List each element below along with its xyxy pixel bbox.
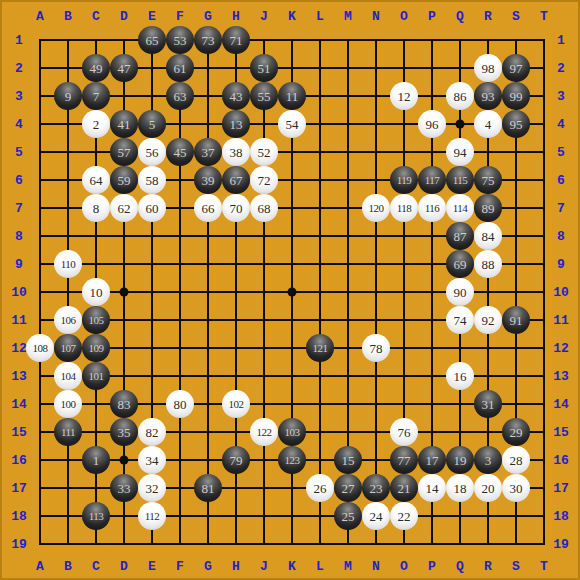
column-label-bottom: T [540, 559, 548, 574]
row-label-left: 15 [11, 425, 27, 440]
grid-vline [375, 39, 377, 545]
black-stone-J2: 51 [250, 54, 278, 82]
white-stone-R8: 84 [474, 222, 502, 250]
row-label-left: 6 [15, 173, 23, 188]
white-stone-B13: 104 [54, 362, 82, 390]
white-stone-P4: 96 [418, 110, 446, 138]
white-stone-C4: 2 [82, 110, 110, 138]
black-stone-G17: 81 [194, 474, 222, 502]
row-label-right: 2 [557, 61, 565, 76]
black-stone-H16: 79 [222, 446, 250, 474]
black-stone-D15: 35 [110, 418, 138, 446]
column-label-top: M [344, 9, 352, 24]
star-point-D16 [120, 456, 129, 465]
white-stone-E5: 56 [138, 138, 166, 166]
column-label-top: N [372, 9, 380, 24]
grid-hline [39, 347, 545, 349]
black-stone-F5: 45 [166, 138, 194, 166]
row-label-right: 15 [553, 425, 569, 440]
row-label-left: 13 [11, 369, 27, 384]
white-stone-Q10: 90 [446, 278, 474, 306]
black-stone-Q9: 69 [446, 250, 474, 278]
white-stone-L17: 26 [306, 474, 334, 502]
column-label-bottom: A [36, 559, 44, 574]
black-stone-K16: 123 [278, 446, 306, 474]
row-label-right: 7 [557, 201, 565, 216]
white-stone-D7: 62 [110, 194, 138, 222]
column-label-top: S [512, 9, 520, 24]
star-point-Q4 [456, 120, 465, 129]
black-stone-R3: 93 [474, 82, 502, 110]
row-label-right: 6 [557, 173, 565, 188]
black-stone-S4: 95 [502, 110, 530, 138]
star-point-K10 [288, 288, 297, 297]
black-stone-O16: 77 [390, 446, 418, 474]
row-label-right: 3 [557, 89, 565, 104]
white-stone-P7: 116 [418, 194, 446, 222]
row-label-right: 16 [553, 453, 569, 468]
white-stone-E6: 58 [138, 166, 166, 194]
black-stone-N17: 23 [362, 474, 390, 502]
grid-vline [319, 39, 321, 545]
row-label-right: 18 [553, 509, 569, 524]
row-label-left: 9 [15, 257, 23, 272]
black-stone-R6: 75 [474, 166, 502, 194]
black-stone-P16: 17 [418, 446, 446, 474]
white-stone-R11: 92 [474, 306, 502, 334]
white-stone-E18: 112 [138, 502, 166, 530]
black-stone-C16: 1 [82, 446, 110, 474]
white-stone-E16: 34 [138, 446, 166, 474]
column-label-bottom: B [64, 559, 72, 574]
white-stone-Q17: 18 [446, 474, 474, 502]
column-label-bottom: D [120, 559, 128, 574]
white-stone-Q13: 16 [446, 362, 474, 390]
row-label-right: 4 [557, 117, 565, 132]
white-stone-H14: 102 [222, 390, 250, 418]
white-stone-O7: 118 [390, 194, 418, 222]
column-label-top: R [484, 9, 492, 24]
column-label-bottom: Q [456, 559, 464, 574]
black-stone-D17: 33 [110, 474, 138, 502]
black-stone-K15: 103 [278, 418, 306, 446]
white-stone-N7: 120 [362, 194, 390, 222]
white-stone-N12: 78 [362, 334, 390, 362]
white-stone-Q11: 74 [446, 306, 474, 334]
column-label-bottom: S [512, 559, 520, 574]
black-stone-O17: 21 [390, 474, 418, 502]
column-label-top: H [232, 9, 240, 24]
row-label-right: 13 [553, 369, 569, 384]
grid-vline [543, 39, 545, 545]
black-stone-K3: 11 [278, 82, 306, 110]
row-label-left: 10 [11, 285, 27, 300]
row-label-left: 7 [15, 201, 23, 216]
black-stone-C18: 113 [82, 502, 110, 530]
column-label-top: O [400, 9, 408, 24]
black-stone-D5: 57 [110, 138, 138, 166]
black-stone-J3: 55 [250, 82, 278, 110]
black-stone-Q8: 87 [446, 222, 474, 250]
column-label-top: T [540, 9, 548, 24]
white-stone-K4: 54 [278, 110, 306, 138]
column-label-top: G [204, 9, 212, 24]
black-stone-R14: 31 [474, 390, 502, 418]
black-stone-H6: 67 [222, 166, 250, 194]
black-stone-B12: 107 [54, 334, 82, 362]
black-stone-C11: 105 [82, 306, 110, 334]
black-stone-F1: 53 [166, 26, 194, 54]
white-stone-A12: 108 [26, 334, 54, 362]
white-stone-R2: 98 [474, 54, 502, 82]
black-stone-H4: 13 [222, 110, 250, 138]
column-label-bottom: K [288, 559, 296, 574]
column-label-bottom: F [176, 559, 184, 574]
row-label-right: 1 [557, 33, 565, 48]
black-stone-H3: 43 [222, 82, 250, 110]
white-stone-E7: 60 [138, 194, 166, 222]
black-stone-C12: 109 [82, 334, 110, 362]
column-label-bottom: G [204, 559, 212, 574]
column-label-bottom: E [148, 559, 156, 574]
black-stone-G6: 39 [194, 166, 222, 194]
column-label-top: Q [456, 9, 464, 24]
column-label-top: P [428, 9, 436, 24]
row-label-left: 14 [11, 397, 27, 412]
row-label-left: 3 [15, 89, 23, 104]
black-stone-Q6: 115 [446, 166, 474, 194]
white-stone-B11: 106 [54, 306, 82, 334]
row-label-right: 9 [557, 257, 565, 272]
black-stone-F2: 61 [166, 54, 194, 82]
row-label-left: 16 [11, 453, 27, 468]
white-stone-E17: 32 [138, 474, 166, 502]
black-stone-D14: 83 [110, 390, 138, 418]
row-label-right: 11 [553, 313, 569, 328]
black-stone-D2: 47 [110, 54, 138, 82]
column-label-bottom: L [316, 559, 324, 574]
row-label-right: 17 [553, 481, 569, 496]
row-label-right: 8 [557, 229, 565, 244]
row-label-left: 11 [11, 313, 27, 328]
row-label-left: 8 [15, 229, 23, 244]
white-stone-O3: 12 [390, 82, 418, 110]
row-label-left: 17 [11, 481, 27, 496]
white-stone-O15: 76 [390, 418, 418, 446]
row-label-right: 12 [553, 341, 569, 356]
white-stone-P17: 14 [418, 474, 446, 502]
black-stone-C2: 49 [82, 54, 110, 82]
go-board-diagram: AABBCCDDEEFFGGHHJJKKLLMMNNOOPPQQRRSSTT11… [0, 0, 580, 580]
row-label-left: 18 [11, 509, 27, 524]
column-label-bottom: M [344, 559, 352, 574]
column-label-top: L [316, 9, 324, 24]
white-stone-E15: 82 [138, 418, 166, 446]
column-label-bottom: O [400, 559, 408, 574]
black-stone-S3: 99 [502, 82, 530, 110]
white-stone-Q3: 86 [446, 82, 474, 110]
black-stone-S15: 29 [502, 418, 530, 446]
column-label-top: K [288, 9, 296, 24]
white-stone-Q7: 114 [446, 194, 474, 222]
black-stone-F3: 63 [166, 82, 194, 110]
white-stone-J6: 72 [250, 166, 278, 194]
black-stone-L12: 121 [306, 334, 334, 362]
white-stone-N18: 24 [362, 502, 390, 530]
black-stone-G1: 73 [194, 26, 222, 54]
black-stone-E4: 5 [138, 110, 166, 138]
black-stone-M18: 25 [334, 502, 362, 530]
column-label-top: J [260, 9, 268, 24]
black-stone-H1: 71 [222, 26, 250, 54]
white-stone-Q5: 94 [446, 138, 474, 166]
white-stone-O18: 22 [390, 502, 418, 530]
black-stone-M16: 15 [334, 446, 362, 474]
black-stone-C13: 101 [82, 362, 110, 390]
star-point-D10 [120, 288, 129, 297]
column-label-bottom: H [232, 559, 240, 574]
grid-hline [39, 543, 545, 545]
black-stone-O6: 119 [390, 166, 418, 194]
row-label-right: 19 [553, 537, 569, 552]
grid-hline [39, 515, 545, 517]
column-label-top: F [176, 9, 184, 24]
column-label-bottom: J [260, 559, 268, 574]
row-label-right: 14 [553, 397, 569, 412]
column-label-top: B [64, 9, 72, 24]
white-stone-C7: 8 [82, 194, 110, 222]
white-stone-B14: 100 [54, 390, 82, 418]
black-stone-D4: 41 [110, 110, 138, 138]
column-label-top: E [148, 9, 156, 24]
black-stone-Q16: 19 [446, 446, 474, 474]
black-stone-S11: 91 [502, 306, 530, 334]
black-stone-G5: 37 [194, 138, 222, 166]
black-stone-B15: 111 [54, 418, 82, 446]
white-stone-R4: 4 [474, 110, 502, 138]
black-stone-E1: 65 [138, 26, 166, 54]
row-label-left: 5 [15, 145, 23, 160]
row-label-right: 5 [557, 145, 565, 160]
black-stone-R16: 3 [474, 446, 502, 474]
column-label-bottom: N [372, 559, 380, 574]
column-label-bottom: C [92, 559, 100, 574]
row-label-left: 19 [11, 537, 27, 552]
row-label-left: 12 [11, 341, 27, 356]
white-stone-B9: 110 [54, 250, 82, 278]
white-stone-S16: 28 [502, 446, 530, 474]
black-stone-M17: 27 [334, 474, 362, 502]
column-label-top: C [92, 9, 100, 24]
black-stone-B3: 9 [54, 82, 82, 110]
white-stone-F14: 80 [166, 390, 194, 418]
black-stone-S2: 97 [502, 54, 530, 82]
column-label-top: D [120, 9, 128, 24]
white-stone-C10: 10 [82, 278, 110, 306]
white-stone-H7: 70 [222, 194, 250, 222]
white-stone-J5: 52 [250, 138, 278, 166]
white-stone-R9: 88 [474, 250, 502, 278]
column-label-bottom: R [484, 559, 492, 574]
row-label-right: 10 [553, 285, 569, 300]
black-stone-P6: 117 [418, 166, 446, 194]
column-label-bottom: P [428, 559, 436, 574]
black-stone-C3: 7 [82, 82, 110, 110]
row-label-left: 2 [15, 61, 23, 76]
white-stone-S17: 30 [502, 474, 530, 502]
white-stone-J7: 68 [250, 194, 278, 222]
black-stone-R7: 89 [474, 194, 502, 222]
column-label-top: A [36, 9, 44, 24]
white-stone-R17: 20 [474, 474, 502, 502]
row-label-left: 4 [15, 117, 23, 132]
row-label-left: 1 [15, 33, 23, 48]
white-stone-J15: 122 [250, 418, 278, 446]
white-stone-C6: 64 [82, 166, 110, 194]
black-stone-D6: 59 [110, 166, 138, 194]
white-stone-H5: 38 [222, 138, 250, 166]
white-stone-G7: 66 [194, 194, 222, 222]
